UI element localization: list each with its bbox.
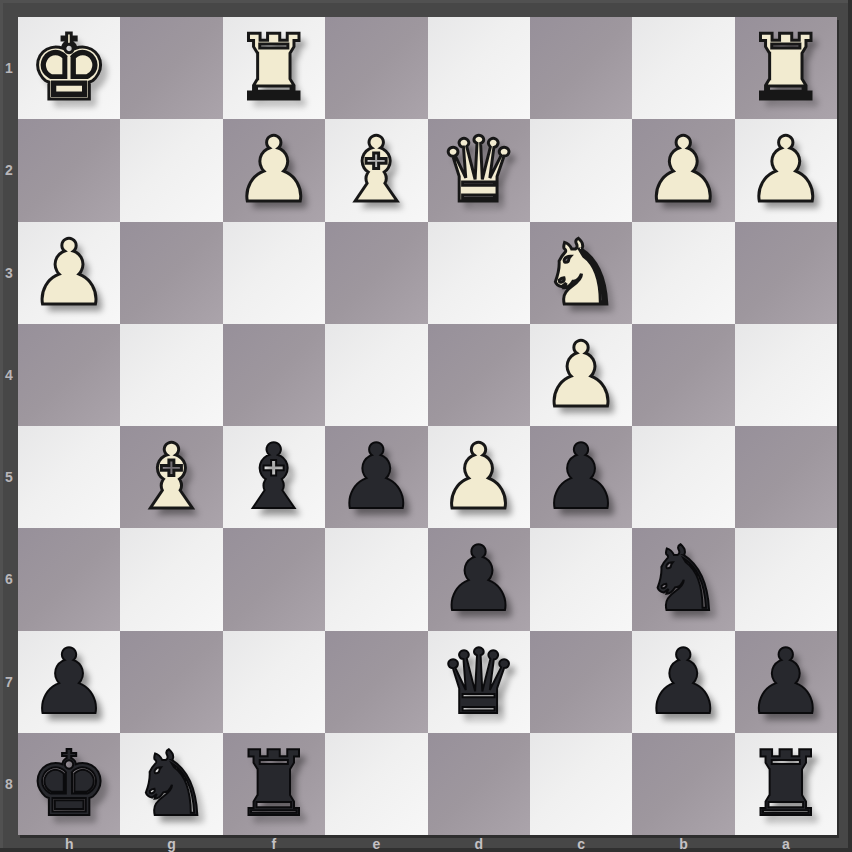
- square-h1[interactable]: ♚: [18, 17, 120, 119]
- black-king[interactable]: ♚: [29, 733, 110, 835]
- square-a2[interactable]: ♟: [735, 119, 837, 221]
- square-h3[interactable]: ♟: [18, 222, 120, 324]
- rank-label-7: 7: [0, 631, 18, 733]
- square-e1[interactable]: [325, 17, 427, 119]
- square-d2[interactable]: ♛: [428, 119, 530, 221]
- square-a6[interactable]: [735, 528, 837, 630]
- white-king[interactable]: ♚: [29, 17, 110, 119]
- square-g2[interactable]: [120, 119, 222, 221]
- square-a5[interactable]: [735, 426, 837, 528]
- square-a1[interactable]: ♜: [735, 17, 837, 119]
- square-g1[interactable]: [120, 17, 222, 119]
- rank-label-3: 3: [0, 222, 18, 324]
- black-pawn[interactable]: ♟: [29, 631, 110, 733]
- rank-label-1: 1: [0, 17, 18, 119]
- rank-label-6: 6: [0, 528, 18, 630]
- square-b2[interactable]: ♟: [632, 119, 734, 221]
- square-g5[interactable]: ♝: [120, 426, 222, 528]
- square-c2[interactable]: [530, 119, 632, 221]
- square-f8[interactable]: ♜: [223, 733, 325, 835]
- square-e7[interactable]: [325, 631, 427, 733]
- square-d7[interactable]: ♛: [428, 631, 530, 733]
- square-c5[interactable]: ♟: [530, 426, 632, 528]
- white-pawn[interactable]: ♟: [29, 222, 110, 324]
- square-f5[interactable]: ♝: [223, 426, 325, 528]
- square-d8[interactable]: [428, 733, 530, 835]
- square-h6[interactable]: [18, 528, 120, 630]
- square-e3[interactable]: [325, 222, 427, 324]
- black-pawn[interactable]: ♟: [643, 631, 724, 733]
- rank-label-8: 8: [0, 733, 18, 835]
- square-g8[interactable]: ♞: [120, 733, 222, 835]
- black-bishop[interactable]: ♝: [234, 426, 315, 528]
- square-b1[interactable]: [632, 17, 734, 119]
- file-label-d: d: [428, 835, 530, 852]
- black-pawn[interactable]: ♟: [745, 631, 826, 733]
- rank-label-4: 4: [0, 324, 18, 426]
- square-h4[interactable]: [18, 324, 120, 426]
- square-b3[interactable]: [632, 222, 734, 324]
- square-b7[interactable]: ♟: [632, 631, 734, 733]
- rank-label-5: 5: [0, 426, 18, 528]
- square-f1[interactable]: ♜: [223, 17, 325, 119]
- white-pawn[interactable]: ♟: [541, 324, 622, 426]
- square-c4[interactable]: ♟: [530, 324, 632, 426]
- file-label-c: c: [530, 835, 632, 852]
- black-pawn[interactable]: ♟: [438, 528, 519, 630]
- white-pawn[interactable]: ♟: [438, 426, 519, 528]
- square-d6[interactable]: ♟: [428, 528, 530, 630]
- square-d1[interactable]: [428, 17, 530, 119]
- square-a3[interactable]: [735, 222, 837, 324]
- square-c1[interactable]: [530, 17, 632, 119]
- square-h8[interactable]: ♚: [18, 733, 120, 835]
- square-b8[interactable]: [632, 733, 734, 835]
- black-knight[interactable]: ♞: [131, 733, 212, 835]
- square-e8[interactable]: [325, 733, 427, 835]
- square-c7[interactable]: [530, 631, 632, 733]
- square-b4[interactable]: [632, 324, 734, 426]
- white-queen[interactable]: ♛: [438, 119, 519, 221]
- square-e2[interactable]: ♝: [325, 119, 427, 221]
- square-e5[interactable]: ♟: [325, 426, 427, 528]
- file-label-g: g: [120, 835, 222, 852]
- white-pawn[interactable]: ♟: [745, 119, 826, 221]
- black-knight[interactable]: ♞: [643, 528, 724, 630]
- white-pawn[interactable]: ♟: [234, 119, 315, 221]
- black-pawn[interactable]: ♟: [541, 426, 622, 528]
- square-d5[interactable]: ♟: [428, 426, 530, 528]
- rank-labels: 12345678: [0, 17, 18, 835]
- square-h5[interactable]: [18, 426, 120, 528]
- white-bishop[interactable]: ♝: [336, 119, 417, 221]
- white-rook[interactable]: ♜: [234, 17, 315, 119]
- square-g3[interactable]: [120, 222, 222, 324]
- square-g7[interactable]: [120, 631, 222, 733]
- square-f7[interactable]: [223, 631, 325, 733]
- file-labels: hgfedcba: [18, 835, 837, 852]
- square-f4[interactable]: [223, 324, 325, 426]
- square-d4[interactable]: [428, 324, 530, 426]
- square-b6[interactable]: ♞: [632, 528, 734, 630]
- square-e6[interactable]: [325, 528, 427, 630]
- square-d3[interactable]: [428, 222, 530, 324]
- black-rook[interactable]: ♜: [234, 733, 315, 835]
- file-label-h: h: [18, 835, 120, 852]
- board-frame: 12345678 ♚♜♜♟♝♛♟♟♟♞♟♝♝♟♟♟♟♞♟♛♟♟♚♞♜♜ hgfe…: [0, 0, 852, 852]
- white-knight[interactable]: ♞: [541, 222, 622, 324]
- square-c6[interactable]: [530, 528, 632, 630]
- white-bishop[interactable]: ♝: [131, 426, 212, 528]
- square-e4[interactable]: [325, 324, 427, 426]
- white-rook[interactable]: ♜: [745, 17, 826, 119]
- square-a8[interactable]: ♜: [735, 733, 837, 835]
- black-pawn[interactable]: ♟: [336, 426, 417, 528]
- square-c3[interactable]: ♞: [530, 222, 632, 324]
- black-queen[interactable]: ♛: [438, 631, 519, 733]
- square-h7[interactable]: ♟: [18, 631, 120, 733]
- square-f2[interactable]: ♟: [223, 119, 325, 221]
- rank-label-2: 2: [0, 119, 18, 221]
- white-pawn[interactable]: ♟: [643, 119, 724, 221]
- square-f3[interactable]: [223, 222, 325, 324]
- chess-board: ♚♜♜♟♝♛♟♟♟♞♟♝♝♟♟♟♟♞♟♛♟♟♚♞♜♜: [18, 17, 837, 835]
- black-rook[interactable]: ♜: [745, 733, 826, 835]
- square-h2[interactable]: [18, 119, 120, 221]
- square-a7[interactable]: ♟: [735, 631, 837, 733]
- square-c8[interactable]: [530, 733, 632, 835]
- file-label-e: e: [325, 835, 427, 852]
- file-label-a: a: [735, 835, 837, 852]
- square-g6[interactable]: [120, 528, 222, 630]
- file-label-b: b: [632, 835, 734, 852]
- square-b5[interactable]: [632, 426, 734, 528]
- file-label-f: f: [223, 835, 325, 852]
- square-g4[interactable]: [120, 324, 222, 426]
- square-a4[interactable]: [735, 324, 837, 426]
- square-f6[interactable]: [223, 528, 325, 630]
